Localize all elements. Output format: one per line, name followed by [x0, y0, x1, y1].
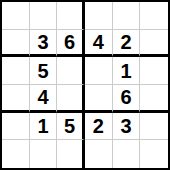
cell-r6c2[interactable]	[30, 140, 58, 168]
cell-r1c3[interactable]	[57, 2, 85, 30]
cell-r3c3[interactable]	[57, 57, 85, 85]
cell-r5c2[interactable]: 1	[30, 113, 58, 141]
cell-r2c2[interactable]: 3	[30, 30, 58, 58]
cell-r5c6[interactable]	[140, 113, 168, 141]
cell-r2c1[interactable]	[2, 30, 30, 58]
cell-r4c6[interactable]	[140, 85, 168, 113]
cell-r4c5[interactable]: 6	[113, 85, 141, 113]
cell-r6c1[interactable]	[2, 140, 30, 168]
cell-r6c3[interactable]	[57, 140, 85, 168]
cell-r2c4[interactable]: 4	[85, 30, 113, 58]
cell-r4c4[interactable]	[85, 85, 113, 113]
cell-r6c5[interactable]	[113, 140, 141, 168]
cell-r1c6[interactable]	[140, 2, 168, 30]
sudoku-board: 3 6 4 2 5 1 4 6 1 5 2 3	[0, 0, 170, 170]
cell-r1c2[interactable]	[30, 2, 58, 30]
cell-r3c6[interactable]	[140, 57, 168, 85]
cell-r4c2[interactable]: 4	[30, 85, 58, 113]
cell-r2c6[interactable]	[140, 30, 168, 58]
cell-r5c4[interactable]: 2	[85, 113, 113, 141]
cell-r4c1[interactable]	[2, 85, 30, 113]
cell-r5c5[interactable]: 3	[113, 113, 141, 141]
cell-r3c4[interactable]	[85, 57, 113, 85]
cell-r4c3[interactable]	[57, 85, 85, 113]
cell-r6c4[interactable]	[85, 140, 113, 168]
cell-r6c6[interactable]	[140, 140, 168, 168]
cell-r3c1[interactable]	[2, 57, 30, 85]
cell-r1c5[interactable]	[113, 2, 141, 30]
cell-r3c2[interactable]: 5	[30, 57, 58, 85]
cell-r1c1[interactable]	[2, 2, 30, 30]
cell-r2c5[interactable]: 2	[113, 30, 141, 58]
cell-r5c3[interactable]: 5	[57, 113, 85, 141]
cell-r5c1[interactable]	[2, 113, 30, 141]
cell-r2c3[interactable]: 6	[57, 30, 85, 58]
cell-r3c5[interactable]: 1	[113, 57, 141, 85]
cell-r1c4[interactable]	[85, 2, 113, 30]
